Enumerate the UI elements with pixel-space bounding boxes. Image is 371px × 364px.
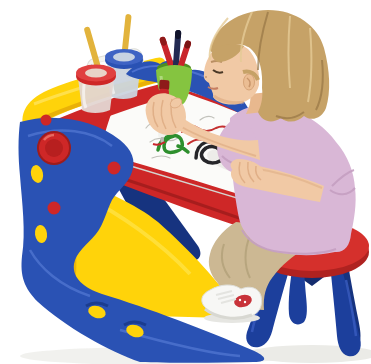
marker-cap [159,80,170,91]
nostril [205,76,207,78]
sneaker-patch-dot-1 [239,299,241,301]
frame-bolt-low [48,202,61,215]
frame-bolt-right [108,162,121,175]
paint-cup-red-rim-hole [85,69,107,78]
adjustment-knob-center [45,139,63,157]
sneaker-patch-dot-2 [244,301,246,303]
frame-bolt-top [41,115,52,126]
product-photo-kids-art-desk [0,0,371,364]
paint-cup-blue-rim-hole [113,53,135,62]
ear [244,74,255,90]
